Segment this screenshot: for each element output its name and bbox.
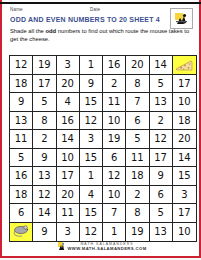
cheese-icon	[175, 58, 194, 72]
grid-cell-r4-c3[interactable]: 16	[57, 112, 80, 131]
grid-cell-r5-c8[interactable]: 20	[173, 130, 196, 149]
grid-cell-r5-c2[interactable]: 2	[33, 130, 56, 149]
grid-cell-r7-c8[interactable]: 15	[173, 167, 196, 186]
grid-cell-r6-c4[interactable]: 15	[80, 149, 103, 168]
grid-cell-r4-c7[interactable]: 2	[150, 112, 173, 131]
grid-cell-r1-c6[interactable]: 20	[126, 56, 149, 75]
grid-cell-r4-c2[interactable]: 8	[33, 112, 56, 131]
grid-cell-r2-c6[interactable]: 8	[126, 75, 149, 94]
grid-cell-r7-c6[interactable]: 18	[126, 167, 149, 186]
grid-cell-r9-c6[interactable]: 8	[126, 204, 149, 223]
page-title: ODD AND EVEN NUMBERS TO 20 SHEET 4	[10, 16, 195, 23]
grid-cell-r9-c2[interactable]: 14	[33, 204, 56, 223]
grid-cell-r1-c1[interactable]: 12	[10, 56, 33, 75]
grid-cell-r1-c2[interactable]: 19	[33, 56, 56, 75]
grid-cell-r2-c8[interactable]: 17	[173, 75, 196, 94]
grid-cell-r5-c1[interactable]: 11	[10, 130, 33, 149]
grid-cell-r8-c1[interactable]: 18	[10, 186, 33, 205]
grid-cell-r4-c6[interactable]: 6	[126, 112, 149, 131]
grid-cell-r2-c3[interactable]: 20	[57, 75, 80, 94]
grid-cell-r2-c4[interactable]: 9	[80, 75, 103, 94]
grid-cell-r7-c4[interactable]: 1	[80, 167, 103, 186]
grid-cell-r8-c7[interactable]: 6	[150, 186, 173, 205]
grid-cell-r5-c3[interactable]: 14	[57, 130, 80, 149]
grid-cell-r3-c5[interactable]: 11	[103, 93, 126, 112]
grid-cell-r7-c5[interactable]: 12	[103, 167, 126, 186]
grid-cell-r4-c8[interactable]: 18	[173, 112, 196, 131]
grid-cell-r10-c4[interactable]: 12	[80, 223, 103, 242]
grid-cell-r1-c8	[173, 56, 196, 75]
grid-cell-r4-c4[interactable]: 12	[80, 112, 103, 131]
grid-cell-r3-c7[interactable]: 13	[150, 93, 173, 112]
grid-cell-r10-c2[interactable]: 9	[33, 223, 56, 242]
grid-cell-r6-c5[interactable]: 6	[103, 149, 126, 168]
footer-url-line: WWW.MATH-SALAMANDERS.COM	[67, 246, 146, 251]
grid-cell-r9-c1[interactable]: 6	[10, 204, 33, 223]
footer-text: MATH SALAMANDERS WWW.MATH-SALAMANDERS.CO…	[67, 242, 146, 251]
grid-cell-r5-c6[interactable]: 5	[126, 130, 149, 149]
grid-cell-r9-c8[interactable]: 17	[173, 204, 196, 223]
grid-cell-r8-c6[interactable]: 2	[126, 186, 149, 205]
grid-cell-r2-c1[interactable]: 18	[10, 75, 33, 94]
grid-cell-r9-c4[interactable]: 15	[80, 204, 103, 223]
top-rule	[0, 2, 201, 4]
grid-cell-r9-c5[interactable]: 7	[103, 204, 126, 223]
footer: MATH SALAMANDERS WWW.MATH-SALAMANDERS.CO…	[2, 242, 201, 251]
grid-cell-r6-c7[interactable]: 17	[150, 149, 173, 168]
footer-logo-icon	[58, 242, 65, 251]
grid-cell-r4-c1[interactable]: 13	[10, 112, 33, 131]
grid-cell-r10-c5[interactable]: 1	[103, 223, 126, 242]
grid-cell-r10-c6[interactable]: 19	[126, 223, 149, 242]
name-label: Name	[10, 7, 23, 12]
mouse-icon	[12, 224, 31, 239]
grid-cell-r1-c7[interactable]: 14	[150, 56, 173, 75]
grid-cell-r8-c2[interactable]: 12	[33, 186, 56, 205]
grid-cell-r3-c4[interactable]: 15	[80, 93, 103, 112]
grid-cell-r8-c3[interactable]: 20	[57, 186, 80, 205]
grid-cell-r6-c8[interactable]: 14	[173, 149, 196, 168]
grid-cell-r5-c5[interactable]: 19	[103, 130, 126, 149]
grid-cell-r3-c2[interactable]: 5	[33, 93, 56, 112]
grid-cell-r8-c4[interactable]: 4	[80, 186, 103, 205]
grid-cell-r2-c7[interactable]: 5	[150, 75, 173, 94]
grid-cell-r7-c7[interactable]: 9	[150, 167, 173, 186]
grid-cell-r6-c1[interactable]: 5	[10, 149, 33, 168]
worksheet-page: Name Date ODD AND EVEN NUMBERS TO 20 SHE…	[0, 0, 201, 258]
grid-cell-r6-c6[interactable]: 11	[126, 149, 149, 168]
grid-cell-r9-c7[interactable]: 5	[150, 204, 173, 223]
grid-cell-r1-c4[interactable]: 1	[80, 56, 103, 75]
grid-cell-r10-c7[interactable]: 13	[150, 223, 173, 242]
date-label: Date	[90, 7, 100, 12]
grid-cell-r8-c8[interactable]: 3	[173, 186, 196, 205]
grid-cell-r2-c5[interactable]: 2	[103, 75, 126, 94]
grid-cell-r5-c4[interactable]: 3	[80, 130, 103, 149]
grid-cell-r7-c1[interactable]: 16	[10, 167, 33, 186]
grid-cell-r3-c8[interactable]: 10	[173, 93, 196, 112]
instruction-bold-odd: odd	[45, 28, 56, 34]
grid-cell-r3-c1[interactable]: 9	[10, 93, 33, 112]
grid-cell-r3-c6[interactable]: 7	[126, 93, 149, 112]
grid-cell-r5-c7[interactable]: 12	[150, 130, 173, 149]
grid-cell-r10-c8[interactable]: 10	[173, 223, 196, 242]
grid-cell-r6-c2[interactable]: 9	[33, 149, 56, 168]
grid-cell-r4-c5[interactable]: 10	[103, 112, 126, 131]
instruction-text: Shade all the odd numbers to find out wh…	[10, 27, 193, 43]
grid-cell-r2-c2[interactable]: 17	[33, 75, 56, 94]
number-maze-grid: 1219311620141817209285179541511713101381…	[9, 55, 197, 242]
grid-cell-r9-c3[interactable]: 11	[57, 204, 80, 223]
grid-cell-r7-c3[interactable]: 17	[57, 167, 80, 186]
grid-cell-r10-c1	[10, 223, 33, 242]
grid-cell-r8-c5[interactable]: 10	[103, 186, 126, 205]
grid-cell-r1-c3[interactable]: 3	[57, 56, 80, 75]
grid-cell-r7-c2[interactable]: 13	[33, 167, 56, 186]
instruction-pre: Shade all the	[10, 28, 45, 34]
grid-cell-r10-c3[interactable]: 3	[57, 223, 80, 242]
grid-cell-r1-c5[interactable]: 16	[103, 56, 126, 75]
grid-cell-r3-c3[interactable]: 4	[57, 93, 80, 112]
grid-cell-r6-c3[interactable]: 10	[57, 149, 80, 168]
